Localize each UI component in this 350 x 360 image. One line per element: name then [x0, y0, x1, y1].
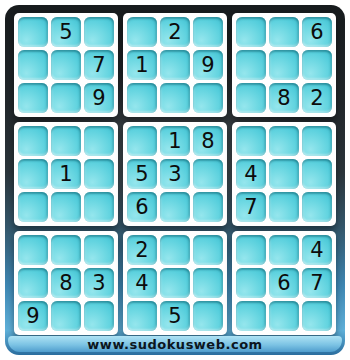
- cell-r1c7[interactable]: [236, 17, 266, 47]
- cell-r3c6[interactable]: [193, 83, 223, 113]
- cell-r7c5[interactable]: [160, 235, 190, 265]
- cell-r1c2[interactable]: 5: [51, 17, 81, 47]
- cell-r1c3[interactable]: [84, 17, 114, 47]
- digit: 1: [59, 164, 72, 185]
- cell-r6c4[interactable]: 6: [127, 192, 157, 222]
- cell-r9c1[interactable]: 9: [18, 301, 48, 331]
- cell-r5c5[interactable]: 3: [160, 159, 190, 189]
- cell-r5c1[interactable]: [18, 159, 48, 189]
- cell-r4c4[interactable]: [127, 126, 157, 156]
- digit: 3: [168, 164, 181, 185]
- cell-r8c1[interactable]: [18, 268, 48, 298]
- cell-r8c9[interactable]: 7: [302, 268, 332, 298]
- cell-r7c9[interactable]: 4: [302, 235, 332, 265]
- cell-r4c9[interactable]: [302, 126, 332, 156]
- digit: 2: [168, 22, 181, 43]
- cell-r7c7[interactable]: [236, 235, 266, 265]
- cell-r1c5[interactable]: 2: [160, 17, 190, 47]
- digit: 4: [244, 164, 257, 185]
- box-6: 47: [232, 122, 336, 226]
- digit: 7: [244, 197, 257, 218]
- cell-r6c2[interactable]: [51, 192, 81, 222]
- box-3: 682: [232, 13, 336, 117]
- cell-r3c3[interactable]: 9: [84, 83, 114, 113]
- digit: 1: [168, 131, 181, 152]
- cell-r6c6[interactable]: [193, 192, 223, 222]
- cell-r9c7[interactable]: [236, 301, 266, 331]
- cell-r4c6[interactable]: 8: [193, 126, 223, 156]
- box-1: 579: [14, 13, 118, 117]
- cell-r5c3[interactable]: [84, 159, 114, 189]
- cell-r6c7[interactable]: 7: [236, 192, 266, 222]
- box-4: 1: [14, 122, 118, 226]
- cell-r4c7[interactable]: [236, 126, 266, 156]
- cell-r4c5[interactable]: 1: [160, 126, 190, 156]
- box-9: 467: [232, 231, 336, 335]
- cell-r5c7[interactable]: 4: [236, 159, 266, 189]
- digit: 6: [310, 22, 323, 43]
- cell-r9c2[interactable]: [51, 301, 81, 331]
- cell-r3c8[interactable]: 8: [269, 83, 299, 113]
- cell-r3c2[interactable]: [51, 83, 81, 113]
- cell-r9c5[interactable]: 5: [160, 301, 190, 331]
- cell-r1c9[interactable]: 6: [302, 17, 332, 47]
- cell-r2c1[interactable]: [18, 50, 48, 80]
- site-url: www.sudokusweb.com: [87, 337, 262, 352]
- cell-r2c9[interactable]: [302, 50, 332, 80]
- cell-r5c8[interactable]: [269, 159, 299, 189]
- cell-r8c5[interactable]: [160, 268, 190, 298]
- digit: 4: [135, 273, 148, 294]
- cell-r6c5[interactable]: [160, 192, 190, 222]
- cell-r3c5[interactable]: [160, 83, 190, 113]
- cell-r1c8[interactable]: [269, 17, 299, 47]
- digit: 3: [92, 273, 105, 294]
- digit: 8: [277, 88, 290, 109]
- cell-r2c3[interactable]: 7: [84, 50, 114, 80]
- cell-r4c2[interactable]: [51, 126, 81, 156]
- digit: 9: [92, 88, 105, 109]
- cell-r1c6[interactable]: [193, 17, 223, 47]
- digit: 7: [310, 273, 323, 294]
- digit: 5: [135, 164, 148, 185]
- cell-r6c3[interactable]: [84, 192, 114, 222]
- cell-r5c9[interactable]: [302, 159, 332, 189]
- cell-r9c6[interactable]: [193, 301, 223, 331]
- cell-r7c6[interactable]: [193, 235, 223, 265]
- cell-r8c6[interactable]: [193, 268, 223, 298]
- cell-r9c3[interactable]: [84, 301, 114, 331]
- cell-r7c8[interactable]: [269, 235, 299, 265]
- cell-r5c2[interactable]: 1: [51, 159, 81, 189]
- cell-r6c1[interactable]: [18, 192, 48, 222]
- cell-r2c8[interactable]: [269, 50, 299, 80]
- cell-r2c7[interactable]: [236, 50, 266, 80]
- cell-r8c2[interactable]: 8: [51, 268, 81, 298]
- cell-r7c1[interactable]: [18, 235, 48, 265]
- cell-r8c4[interactable]: 4: [127, 268, 157, 298]
- box-5: 18536: [123, 122, 227, 226]
- cell-r2c5[interactable]: [160, 50, 190, 80]
- digit: 4: [310, 240, 323, 261]
- digit: 5: [59, 22, 72, 43]
- cell-r3c9[interactable]: 2: [302, 83, 332, 113]
- cell-r2c2[interactable]: [51, 50, 81, 80]
- cell-r3c4[interactable]: [127, 83, 157, 113]
- cell-r7c4[interactable]: 2: [127, 235, 157, 265]
- cell-r2c6[interactable]: 9: [193, 50, 223, 80]
- digit: 2: [135, 240, 148, 261]
- digit: 2: [310, 88, 323, 109]
- digit: 6: [135, 197, 148, 218]
- digit: 8: [59, 273, 72, 294]
- digit: 1: [135, 55, 148, 76]
- cell-r5c4[interactable]: 5: [127, 159, 157, 189]
- box-8: 245: [123, 231, 227, 335]
- footer-bar: www.sudokusweb.com: [8, 336, 342, 352]
- cell-r2c4[interactable]: 1: [127, 50, 157, 80]
- cell-r9c4[interactable]: [127, 301, 157, 331]
- cell-r3c1[interactable]: [18, 83, 48, 113]
- digit: 5: [168, 306, 181, 327]
- cell-r9c9[interactable]: [302, 301, 332, 331]
- cell-r8c3[interactable]: 3: [84, 268, 114, 298]
- cell-r7c2[interactable]: [51, 235, 81, 265]
- sudoku-board: 57921968211853647839245467 www.sudokuswe…: [5, 5, 345, 355]
- sudoku-grid: 57921968211853647839245467: [14, 13, 336, 335]
- cell-r7c3[interactable]: [84, 235, 114, 265]
- cell-r4c1[interactable]: [18, 126, 48, 156]
- cell-r8c7[interactable]: [236, 268, 266, 298]
- digit: 9: [201, 55, 214, 76]
- cell-r1c1[interactable]: [18, 17, 48, 47]
- cell-r8c8[interactable]: 6: [269, 268, 299, 298]
- digit: 9: [26, 306, 39, 327]
- box-7: 839: [14, 231, 118, 335]
- cell-r5c6[interactable]: [193, 159, 223, 189]
- box-2: 219: [123, 13, 227, 117]
- digit: 7: [92, 55, 105, 76]
- digit: 8: [201, 131, 214, 152]
- cell-r1c4[interactable]: [127, 17, 157, 47]
- cell-r6c9[interactable]: [302, 192, 332, 222]
- cell-r4c8[interactable]: [269, 126, 299, 156]
- cell-r6c8[interactable]: [269, 192, 299, 222]
- cell-r3c7[interactable]: [236, 83, 266, 113]
- cell-r9c8[interactable]: [269, 301, 299, 331]
- cell-r4c3[interactable]: [84, 126, 114, 156]
- digit: 6: [277, 273, 290, 294]
